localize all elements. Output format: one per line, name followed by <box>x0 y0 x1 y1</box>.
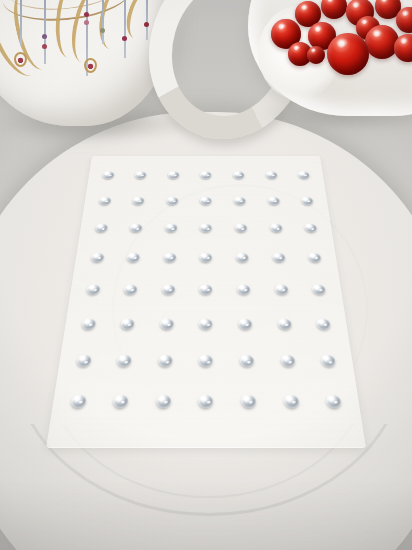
rhinestone-gem <box>304 224 317 233</box>
rhinestone-gem <box>81 318 96 329</box>
rhinestone-gem <box>200 171 211 179</box>
rhinestone-gem <box>168 171 179 179</box>
rhinestone-gem <box>95 224 108 233</box>
rhinestone-gem <box>86 284 100 294</box>
mug-decor-stem <box>20 0 22 46</box>
rhinestone-gem <box>76 355 91 367</box>
rhinestone-gem <box>200 224 212 233</box>
rhinestone-gem <box>102 171 114 179</box>
mug-decor-dot <box>84 12 89 17</box>
scene <box>0 0 412 550</box>
rhinestone-gem <box>274 284 288 294</box>
rhinestone-gem <box>283 395 298 408</box>
rhinestone-gem <box>234 197 246 205</box>
rhinestone-gem <box>165 224 177 233</box>
rhinestone-gem <box>321 355 336 367</box>
rhinestone-gem <box>158 355 172 367</box>
rhinestone-gem <box>199 395 213 408</box>
rhinestone-gem <box>277 318 291 329</box>
rhinestone-gem <box>200 253 212 262</box>
rhinestone-gem <box>326 395 342 408</box>
rhinestone-gem <box>132 197 144 205</box>
rhinestone-gem <box>238 318 252 329</box>
rhinestone-gem <box>160 318 174 329</box>
rhinestone-gem <box>272 253 285 262</box>
mug-decor-stem <box>124 0 126 58</box>
mug-decor-dot <box>42 44 47 49</box>
rhinestone-gem <box>240 355 254 367</box>
rhinestone-gem <box>280 355 295 367</box>
gem-grid <box>54 163 358 423</box>
mug-decor-dot <box>84 20 89 25</box>
rhinestone-gem <box>135 171 147 179</box>
mug-decor-dot <box>42 34 47 39</box>
rhinestone-gem <box>163 253 176 262</box>
rhinestone-gem <box>235 224 247 233</box>
rhinestone-gem <box>237 284 250 294</box>
rhinestone-gem <box>70 395 86 408</box>
rhinestone-gem <box>117 355 132 367</box>
bowl-interior <box>258 6 340 100</box>
rhinestone-gem <box>124 284 138 294</box>
rhinestone-gem <box>200 284 213 294</box>
rhinestone-gem <box>270 224 283 233</box>
rhinestone-gem <box>162 284 175 294</box>
rhinestone-gem <box>298 171 310 179</box>
rhinestone-gem <box>166 197 178 205</box>
rhinestone-gem <box>316 318 331 329</box>
rhinestone-gem <box>91 253 104 262</box>
rhinestone-gem <box>113 395 128 408</box>
rhinestone-gem <box>308 253 321 262</box>
rhinestone-gem <box>127 253 140 262</box>
rhinestone-gem <box>199 318 212 329</box>
rhinestone-gem <box>233 171 244 179</box>
rhinestone-gem <box>301 197 313 205</box>
rhinestone-sticker-sheet <box>46 156 366 448</box>
rhinestone-gem <box>200 197 211 205</box>
rhinestone-gem <box>99 197 111 205</box>
rhinestone-gem <box>156 395 171 408</box>
mug-gold-pendant <box>84 58 97 73</box>
rhinestone-gem <box>265 171 277 179</box>
rhinestone-gem <box>130 224 143 233</box>
rhinestone-gem <box>236 253 249 262</box>
mug-decor-dot <box>144 22 149 27</box>
rhinestone-gem <box>121 318 135 329</box>
mug-decor-dot <box>122 36 127 41</box>
mug-decor-stem <box>146 0 148 40</box>
rhinestone-gem <box>267 197 279 205</box>
rhinestone-gem <box>312 284 326 294</box>
rhinestone-gem <box>241 395 256 408</box>
mug-decor-dot <box>100 28 105 33</box>
mug-decor-stem <box>102 0 104 44</box>
rhinestone-gem <box>199 355 213 367</box>
mug-decor-stem <box>44 0 46 64</box>
